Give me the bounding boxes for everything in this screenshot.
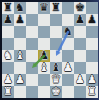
- black-pawn-b7[interactable]: ♟: [14, 14, 26, 26]
- square-h1[interactable]: ♜: [86, 86, 98, 98]
- white-pawn-b2[interactable]: ♟: [14, 74, 26, 86]
- square-d3[interactable]: ♝: [38, 62, 50, 74]
- black-rook-e8[interactable]: ♜: [50, 2, 62, 14]
- white-pawn-f3[interactable]: ♟: [62, 62, 74, 74]
- square-f5[interactable]: [62, 38, 74, 50]
- black-queen-d8[interactable]: ♛: [38, 2, 50, 14]
- square-b7[interactable]: ♟: [14, 14, 26, 26]
- black-pawn-g7[interactable]: ♟: [74, 14, 86, 26]
- black-pawn-a7[interactable]: ♟: [2, 14, 14, 26]
- square-d8[interactable]: ♛: [38, 2, 50, 14]
- square-e8[interactable]: ♜: [50, 2, 62, 14]
- square-h7[interactable]: ♟: [86, 14, 98, 26]
- square-e7[interactable]: [50, 14, 62, 26]
- square-b2[interactable]: ♟: [14, 74, 26, 86]
- white-rook-a1[interactable]: ♜: [2, 86, 14, 98]
- square-d7[interactable]: [38, 14, 50, 26]
- square-c6[interactable]: [26, 26, 38, 38]
- square-c7[interactable]: [26, 14, 38, 26]
- square-g4[interactable]: [74, 50, 86, 62]
- square-g6[interactable]: [74, 26, 86, 38]
- white-bishop-d3[interactable]: ♝: [38, 62, 50, 74]
- square-f2[interactable]: [62, 74, 74, 86]
- square-e5[interactable]: [50, 38, 62, 50]
- square-d2[interactable]: [38, 74, 50, 86]
- square-c5[interactable]: [26, 38, 38, 50]
- square-d1[interactable]: [38, 86, 50, 98]
- square-c3[interactable]: [26, 62, 38, 74]
- square-c8[interactable]: [26, 2, 38, 14]
- chess-board[interactable]: ♜♞♛♜♚♟♟♟♟♞♞♝♟♝♝♟♟♟♛♟♟♜♚♜: [2, 2, 98, 98]
- square-f1[interactable]: [62, 86, 74, 98]
- square-g7[interactable]: ♟: [74, 14, 86, 26]
- square-b1[interactable]: [14, 86, 26, 98]
- chess-board-frame: ♜♞♛♜♚♟♟♟♟♞♞♝♟♝♝♟♟♟♛♟♟♜♚♜: [0, 0, 99, 100]
- square-g2[interactable]: ♟: [74, 74, 86, 86]
- square-c4[interactable]: [26, 50, 38, 62]
- square-g1[interactable]: [74, 86, 86, 98]
- square-a1[interactable]: ♜: [2, 86, 14, 98]
- square-f6[interactable]: ♞: [62, 26, 74, 38]
- square-c1[interactable]: [26, 86, 38, 98]
- square-a6[interactable]: [2, 26, 14, 38]
- square-e1[interactable]: ♚: [50, 86, 62, 98]
- square-d6[interactable]: [38, 26, 50, 38]
- white-king-e1[interactable]: ♚: [50, 86, 62, 98]
- square-g5[interactable]: [74, 38, 86, 50]
- black-knight-f6[interactable]: ♞: [62, 26, 74, 38]
- square-e6[interactable]: [50, 26, 62, 38]
- white-rook-h1[interactable]: ♜: [86, 86, 98, 98]
- square-a7[interactable]: ♟: [2, 14, 14, 26]
- square-h6[interactable]: [86, 26, 98, 38]
- square-h5[interactable]: [86, 38, 98, 50]
- square-c2[interactable]: [26, 74, 38, 86]
- black-pawn-h7[interactable]: ♟: [86, 14, 98, 26]
- square-f8[interactable]: [62, 2, 74, 14]
- square-b4[interactable]: ♝: [14, 50, 26, 62]
- square-f3[interactable]: ♟: [62, 62, 74, 74]
- white-knight-a4[interactable]: ♞: [2, 50, 14, 62]
- white-pawn-g2[interactable]: ♟: [74, 74, 86, 86]
- square-h4[interactable]: [86, 50, 98, 62]
- square-a4[interactable]: ♞: [2, 50, 14, 62]
- square-b6[interactable]: [14, 26, 26, 38]
- white-bishop-b4[interactable]: ♝: [14, 50, 26, 62]
